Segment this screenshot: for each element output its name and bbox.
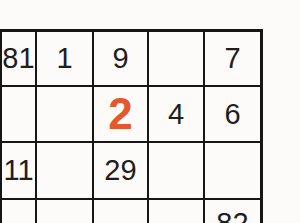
cell-value: 4 — [168, 100, 184, 129]
grid-cell-r1c5[interactable]: 7 — [205, 32, 260, 87]
grid-cell-r4c3[interactable] — [94, 200, 149, 223]
cell-value: 7 — [224, 44, 240, 73]
grid-cell-r1c2[interactable]: 1 — [37, 32, 94, 87]
cell-value: 82 — [216, 209, 248, 223]
cell-value: 9 — [112, 44, 128, 73]
grid-cell-r3c4[interactable] — [149, 143, 205, 200]
cell-value: 6 — [224, 100, 240, 129]
grid-cell-r4c1[interactable] — [2, 200, 37, 223]
grid-cell-r2c1[interactable] — [2, 87, 37, 143]
grid-cell-r1c3[interactable]: 9 — [94, 32, 149, 87]
cell-value: 2 — [108, 92, 132, 136]
grid-cell-r3c5[interactable] — [205, 143, 260, 200]
grid-cell-r3c3[interactable]: 29 — [94, 143, 149, 200]
grid-cell-r4c2[interactable] — [37, 200, 94, 223]
grid-cell-r2c5[interactable]: 6 — [205, 87, 260, 143]
grid-cell-r4c4[interactable] — [149, 200, 205, 223]
cell-value: 1 — [56, 44, 72, 73]
grid-cell-r4c5[interactable]: 82 — [205, 200, 260, 223]
grid-cell-r2c4[interactable]: 4 — [149, 87, 205, 143]
grid-cell-r1c1[interactable]: 81 — [2, 32, 37, 87]
cell-value: 29 — [104, 156, 136, 185]
puzzle-grid: 81197246112982 — [0, 29, 263, 223]
cell-value: 81 — [2, 44, 34, 73]
grid-cell-r2c2[interactable] — [37, 87, 94, 143]
cell-value: 11 — [3, 156, 33, 185]
grid-cell-r1c4[interactable] — [149, 32, 205, 87]
puzzle-screen: 81197246112982 — [0, 0, 300, 223]
grid-cell-r2c3[interactable]: 2 — [94, 87, 149, 143]
grid-cell-r3c2[interactable] — [37, 143, 94, 200]
grid-cell-r3c1[interactable]: 11 — [2, 143, 37, 200]
